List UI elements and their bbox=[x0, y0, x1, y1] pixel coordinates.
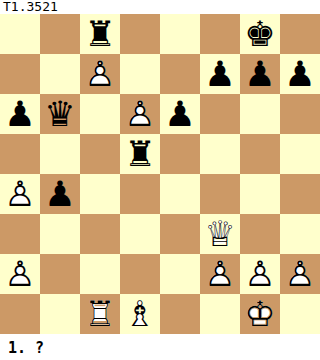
black-piece-glyph: ♟ bbox=[200, 54, 240, 94]
square-e8[interactable] bbox=[160, 14, 200, 54]
square-h5[interactable] bbox=[280, 134, 320, 174]
white-piece-outline: ♖ bbox=[80, 294, 120, 334]
square-a6[interactable]: ♟ bbox=[0, 94, 40, 134]
piece-black-pawn[interactable]: ♟ bbox=[240, 54, 280, 94]
square-g7[interactable]: ♟ bbox=[240, 54, 280, 94]
square-f6[interactable] bbox=[200, 94, 240, 134]
piece-black-pawn[interactable]: ♟ bbox=[200, 54, 240, 94]
page-title: T1.3521 bbox=[3, 0, 58, 14]
square-d7[interactable] bbox=[120, 54, 160, 94]
piece-black-pawn[interactable]: ♟ bbox=[160, 94, 200, 134]
square-c6[interactable] bbox=[80, 94, 120, 134]
piece-white-queen[interactable]: ♛♕ bbox=[200, 214, 240, 254]
square-e1[interactable] bbox=[160, 294, 200, 334]
black-piece-glyph: ♟ bbox=[160, 94, 200, 134]
square-a4[interactable]: ♟♙ bbox=[0, 174, 40, 214]
square-e2[interactable] bbox=[160, 254, 200, 294]
square-h7[interactable]: ♟ bbox=[280, 54, 320, 94]
square-d8[interactable] bbox=[120, 14, 160, 54]
square-h4[interactable] bbox=[280, 174, 320, 214]
chess-board: ♜♚♟♙♟♟♟♟♛♟♙♟♜♟♙♟♛♕♟♙♟♙♟♙♟♙♜♖♝♗♚♔ bbox=[0, 14, 320, 334]
square-c2[interactable] bbox=[80, 254, 120, 294]
piece-white-bishop[interactable]: ♝♗ bbox=[120, 294, 160, 334]
square-b7[interactable] bbox=[40, 54, 80, 94]
square-b1[interactable] bbox=[40, 294, 80, 334]
square-a3[interactable] bbox=[0, 214, 40, 254]
square-g2[interactable]: ♟♙ bbox=[240, 254, 280, 294]
square-b5[interactable] bbox=[40, 134, 80, 174]
piece-black-pawn[interactable]: ♟ bbox=[0, 94, 40, 134]
white-piece-outline: ♔ bbox=[240, 294, 280, 334]
square-g1[interactable]: ♚♔ bbox=[240, 294, 280, 334]
square-c8[interactable]: ♜ bbox=[80, 14, 120, 54]
square-g8[interactable]: ♚ bbox=[240, 14, 280, 54]
square-e4[interactable] bbox=[160, 174, 200, 214]
black-piece-glyph: ♛ bbox=[40, 94, 80, 134]
square-a7[interactable] bbox=[0, 54, 40, 94]
black-piece-glyph: ♟ bbox=[0, 94, 40, 134]
square-c5[interactable] bbox=[80, 134, 120, 174]
white-piece-outline: ♙ bbox=[120, 94, 160, 134]
piece-white-rook[interactable]: ♜♖ bbox=[80, 294, 120, 334]
square-d5[interactable]: ♜ bbox=[120, 134, 160, 174]
piece-white-pawn[interactable]: ♟♙ bbox=[240, 254, 280, 294]
white-piece-outline: ♙ bbox=[280, 254, 320, 294]
square-h2[interactable]: ♟♙ bbox=[280, 254, 320, 294]
piece-black-rook[interactable]: ♜ bbox=[80, 14, 120, 54]
square-b6[interactable]: ♛ bbox=[40, 94, 80, 134]
square-c1[interactable]: ♜♖ bbox=[80, 294, 120, 334]
square-e5[interactable] bbox=[160, 134, 200, 174]
square-c3[interactable] bbox=[80, 214, 120, 254]
square-g5[interactable] bbox=[240, 134, 280, 174]
square-g6[interactable] bbox=[240, 94, 280, 134]
square-d4[interactable] bbox=[120, 174, 160, 214]
piece-black-queen[interactable]: ♛ bbox=[40, 94, 80, 134]
square-g4[interactable] bbox=[240, 174, 280, 214]
white-piece-outline: ♙ bbox=[200, 254, 240, 294]
square-h6[interactable] bbox=[280, 94, 320, 134]
square-d2[interactable] bbox=[120, 254, 160, 294]
black-piece-glyph: ♟ bbox=[280, 54, 320, 94]
square-a1[interactable] bbox=[0, 294, 40, 334]
square-d3[interactable] bbox=[120, 214, 160, 254]
square-f4[interactable] bbox=[200, 174, 240, 214]
piece-black-pawn[interactable]: ♟ bbox=[280, 54, 320, 94]
square-f3[interactable]: ♛♕ bbox=[200, 214, 240, 254]
white-piece-outline: ♗ bbox=[120, 294, 160, 334]
square-f8[interactable] bbox=[200, 14, 240, 54]
square-f2[interactable]: ♟♙ bbox=[200, 254, 240, 294]
square-h3[interactable] bbox=[280, 214, 320, 254]
square-g3[interactable] bbox=[240, 214, 280, 254]
black-piece-glyph: ♜ bbox=[80, 14, 120, 54]
white-piece-outline: ♙ bbox=[0, 174, 40, 214]
piece-white-pawn[interactable]: ♟♙ bbox=[80, 54, 120, 94]
piece-white-pawn[interactable]: ♟♙ bbox=[120, 94, 160, 134]
piece-black-rook[interactable]: ♜ bbox=[120, 134, 160, 174]
square-h8[interactable] bbox=[280, 14, 320, 54]
white-piece-outline: ♙ bbox=[80, 54, 120, 94]
square-f1[interactable] bbox=[200, 294, 240, 334]
square-a5[interactable] bbox=[0, 134, 40, 174]
white-piece-outline: ♕ bbox=[200, 214, 240, 254]
square-e3[interactable] bbox=[160, 214, 200, 254]
square-b3[interactable] bbox=[40, 214, 80, 254]
square-a2[interactable]: ♟♙ bbox=[0, 254, 40, 294]
square-a8[interactable] bbox=[0, 14, 40, 54]
square-e7[interactable] bbox=[160, 54, 200, 94]
square-b8[interactable] bbox=[40, 14, 80, 54]
piece-white-king[interactable]: ♚♔ bbox=[240, 294, 280, 334]
move-prompt: 1. ? bbox=[8, 339, 44, 357]
square-c4[interactable] bbox=[80, 174, 120, 214]
piece-white-pawn[interactable]: ♟♙ bbox=[0, 254, 40, 294]
black-piece-glyph: ♟ bbox=[40, 174, 80, 214]
square-b4[interactable]: ♟ bbox=[40, 174, 80, 214]
chess-app-window: T1.3521 ♜♚♟♙♟♟♟♟♛♟♙♟♜♟♙♟♛♕♟♙♟♙♟♙♟♙♜♖♝♗♚♔… bbox=[0, 0, 320, 360]
black-piece-glyph: ♜ bbox=[120, 134, 160, 174]
square-d6[interactable]: ♟♙ bbox=[120, 94, 160, 134]
square-d1[interactable]: ♝♗ bbox=[120, 294, 160, 334]
square-f5[interactable] bbox=[200, 134, 240, 174]
piece-white-pawn[interactable]: ♟♙ bbox=[0, 174, 40, 214]
black-piece-glyph: ♚ bbox=[240, 14, 280, 54]
square-h1[interactable] bbox=[280, 294, 320, 334]
white-piece-outline: ♙ bbox=[240, 254, 280, 294]
piece-white-pawn[interactable]: ♟♙ bbox=[200, 254, 240, 294]
square-f7[interactable]: ♟ bbox=[200, 54, 240, 94]
piece-white-pawn[interactable]: ♟♙ bbox=[280, 254, 320, 294]
white-piece-outline: ♙ bbox=[0, 254, 40, 294]
square-e6[interactable]: ♟ bbox=[160, 94, 200, 134]
piece-black-king[interactable]: ♚ bbox=[240, 14, 280, 54]
square-c7[interactable]: ♟♙ bbox=[80, 54, 120, 94]
black-piece-glyph: ♟ bbox=[240, 54, 280, 94]
piece-black-pawn[interactable]: ♟ bbox=[40, 174, 80, 214]
square-b2[interactable] bbox=[40, 254, 80, 294]
